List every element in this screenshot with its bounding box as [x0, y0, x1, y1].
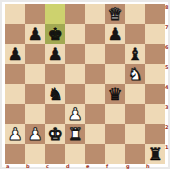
- file-label-b: b: [26, 164, 30, 169]
- square-d6[interactable]: [65, 44, 85, 64]
- square-h6[interactable]: [145, 44, 165, 64]
- square-d3[interactable]: ♟: [65, 104, 85, 124]
- square-c4[interactable]: ♞: [45, 84, 65, 104]
- square-b4[interactable]: [25, 84, 45, 104]
- square-e4[interactable]: [85, 84, 105, 104]
- square-f8[interactable]: ♛: [105, 4, 125, 24]
- piece-black-pawn-b7[interactable]: ♟: [27, 24, 42, 44]
- square-g4[interactable]: [125, 84, 145, 104]
- rank-label-3: 3: [165, 105, 168, 110]
- square-b3[interactable]: [25, 104, 45, 124]
- square-b7[interactable]: ♟: [25, 24, 45, 44]
- rank-label-6: 6: [165, 45, 168, 50]
- rank-label-7: 7: [165, 25, 168, 30]
- square-a1[interactable]: [5, 144, 25, 164]
- rank-label-2: 2: [165, 125, 168, 130]
- square-a4[interactable]: [5, 84, 25, 104]
- square-h4[interactable]: [145, 84, 165, 104]
- piece-black-pawn-f7[interactable]: ♟: [107, 24, 122, 44]
- square-d5[interactable]: [65, 64, 85, 84]
- square-h7[interactable]: [145, 24, 165, 44]
- square-a5[interactable]: [5, 64, 25, 84]
- piece-black-king-c7[interactable]: ♚: [47, 24, 62, 44]
- file-label-f: f: [106, 164, 108, 169]
- piece-black-queen-f4[interactable]: ♛: [107, 84, 122, 104]
- file-label-c: c: [46, 164, 49, 169]
- piece-white-king-c2[interactable]: ♚: [47, 124, 62, 144]
- piece-white-rook-d2[interactable]: ♜: [67, 124, 82, 144]
- square-c8[interactable]: [45, 4, 65, 24]
- square-f4[interactable]: ♛: [105, 84, 125, 104]
- file-label-h: h: [146, 164, 150, 169]
- square-d8[interactable]: [65, 4, 85, 24]
- square-f7[interactable]: ♟: [105, 24, 125, 44]
- square-b5[interactable]: [25, 64, 45, 84]
- square-c3[interactable]: [45, 104, 65, 124]
- piece-white-pawn-a2[interactable]: ♟: [7, 124, 22, 144]
- square-b8[interactable]: [25, 4, 45, 24]
- square-e7[interactable]: [85, 24, 105, 44]
- chess-board: ♛♟♚♟♟♟♝♞♞♛♟♟♟♚♜♜: [5, 4, 165, 164]
- square-a7[interactable]: [5, 24, 25, 44]
- file-label-e: e: [86, 164, 89, 169]
- file-label-a: a: [6, 164, 9, 169]
- square-g3[interactable]: [125, 104, 145, 124]
- piece-black-bishop-g6[interactable]: ♝: [127, 44, 142, 64]
- square-f5[interactable]: [105, 64, 125, 84]
- square-a8[interactable]: [5, 4, 25, 24]
- square-h2[interactable]: [145, 124, 165, 144]
- square-b2[interactable]: ♟: [25, 124, 45, 144]
- piece-black-pawn-a6[interactable]: ♟: [7, 44, 22, 64]
- square-f1[interactable]: [105, 144, 125, 164]
- square-f6[interactable]: [105, 44, 125, 64]
- square-d4[interactable]: [65, 84, 85, 104]
- file-label-d: d: [66, 164, 70, 169]
- rank-label-4: 4: [165, 85, 168, 90]
- chessboard-frame: ♛♟♚♟♟♟♝♞♞♛♟♟♟♚♜♜ 87654321abcdefgh: [0, 0, 170, 169]
- square-c1[interactable]: [45, 144, 65, 164]
- piece-black-rook-h1[interactable]: ♜: [147, 144, 162, 164]
- square-e3[interactable]: [85, 104, 105, 124]
- rank-label-8: 8: [165, 5, 168, 10]
- piece-white-pawn-b2[interactable]: ♟: [27, 124, 42, 144]
- square-g7[interactable]: [125, 24, 145, 44]
- square-h3[interactable]: [145, 104, 165, 124]
- square-g1[interactable]: [125, 144, 145, 164]
- square-h8[interactable]: [145, 4, 165, 24]
- square-h5[interactable]: [145, 64, 165, 84]
- square-c7[interactable]: ♚: [45, 24, 65, 44]
- square-c2[interactable]: ♚: [45, 124, 65, 144]
- square-d7[interactable]: [65, 24, 85, 44]
- square-e8[interactable]: [85, 4, 105, 24]
- square-e6[interactable]: [85, 44, 105, 64]
- square-d1[interactable]: [65, 144, 85, 164]
- square-d2[interactable]: ♜: [65, 124, 85, 144]
- square-g6[interactable]: ♝: [125, 44, 145, 64]
- rank-label-5: 5: [165, 65, 168, 70]
- square-e2[interactable]: [85, 124, 105, 144]
- piece-white-queen-f8[interactable]: ♛: [107, 4, 122, 24]
- square-e5[interactable]: [85, 64, 105, 84]
- square-c6[interactable]: ♟: [45, 44, 65, 64]
- square-f3[interactable]: [105, 104, 125, 124]
- square-f2[interactable]: [105, 124, 125, 144]
- square-c5[interactable]: [45, 64, 65, 84]
- piece-black-pawn-c6[interactable]: ♟: [47, 44, 62, 64]
- square-g5[interactable]: ♞: [125, 64, 145, 84]
- rank-label-1: 1: [165, 145, 168, 150]
- square-e1[interactable]: [85, 144, 105, 164]
- square-g2[interactable]: [125, 124, 145, 144]
- file-label-g: g: [126, 164, 130, 169]
- piece-white-pawn-d3[interactable]: ♟: [67, 104, 82, 124]
- square-a6[interactable]: ♟: [5, 44, 25, 64]
- square-h1[interactable]: ♜: [145, 144, 165, 164]
- piece-white-knight-g5[interactable]: ♞: [127, 64, 142, 84]
- square-a2[interactable]: ♟: [5, 124, 25, 144]
- square-g8[interactable]: [125, 4, 145, 24]
- square-b1[interactable]: [25, 144, 45, 164]
- square-a3[interactable]: [5, 104, 25, 124]
- piece-black-knight-c4[interactable]: ♞: [47, 84, 62, 104]
- square-b6[interactable]: [25, 44, 45, 64]
